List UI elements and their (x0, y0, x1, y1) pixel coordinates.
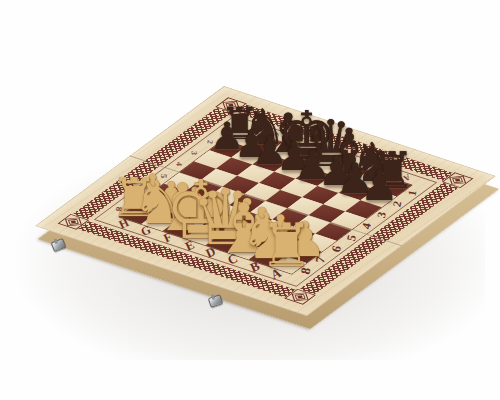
chess-set-photo: HHGGFFEEDDCCBBAA1122334455667788 ♜♞♝♚♛♝♞… (0, 0, 500, 400)
